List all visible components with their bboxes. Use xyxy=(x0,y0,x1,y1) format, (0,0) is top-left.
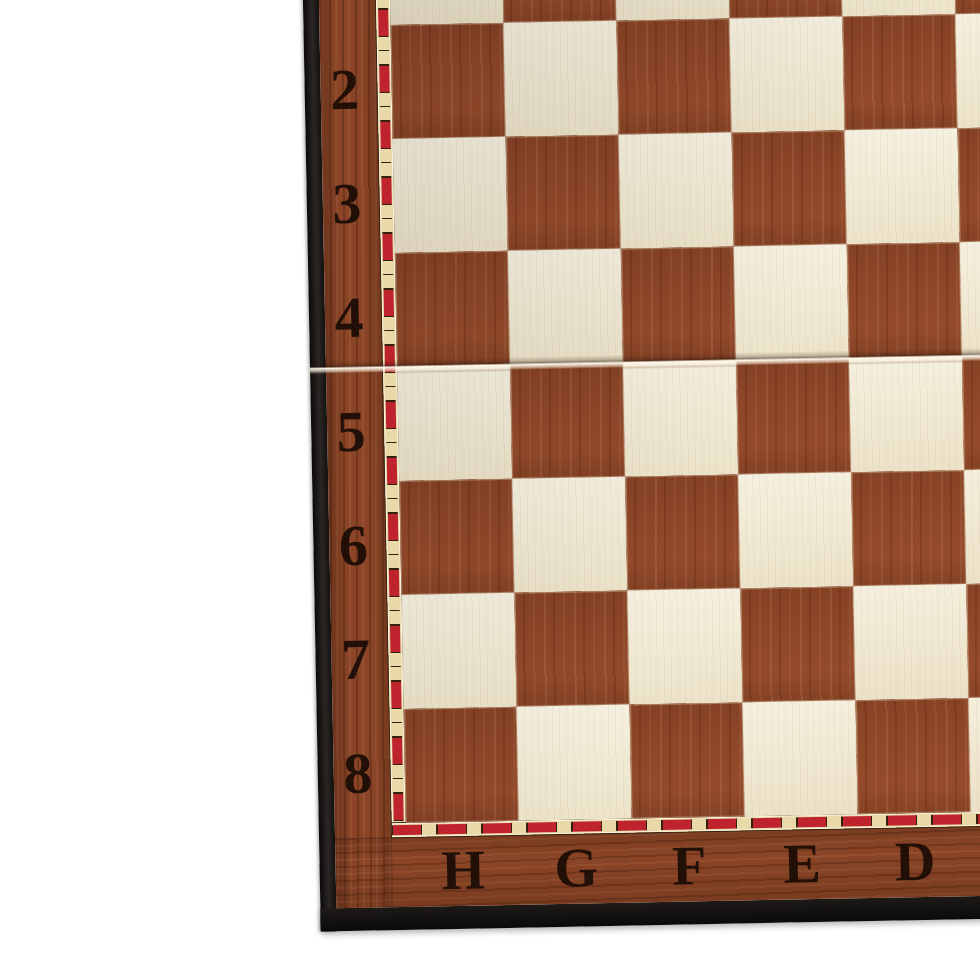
square-c3 xyxy=(958,126,980,242)
rank-label-2: 2 xyxy=(314,59,375,120)
square-h1 xyxy=(388,0,503,25)
square-c4 xyxy=(960,240,980,356)
square-d2 xyxy=(842,14,957,130)
square-g1 xyxy=(501,0,616,23)
square-e6 xyxy=(738,472,853,588)
square-c7 xyxy=(966,582,980,698)
square-f2 xyxy=(616,19,731,135)
file-label-e: E xyxy=(762,832,843,896)
square-h3 xyxy=(393,137,508,253)
square-h5 xyxy=(397,365,512,481)
square-c5 xyxy=(962,354,980,470)
rank-label-5: 5 xyxy=(321,401,382,462)
square-f8 xyxy=(630,702,745,818)
square-d6 xyxy=(851,470,966,586)
rank-label-8: 8 xyxy=(327,743,388,804)
square-d4 xyxy=(847,242,962,358)
square-h6 xyxy=(399,479,514,595)
square-f4 xyxy=(621,247,736,363)
square-h7 xyxy=(401,593,516,709)
square-g3 xyxy=(506,135,621,251)
rank-label-6: 6 xyxy=(323,515,384,576)
square-f5 xyxy=(623,360,738,476)
square-g6 xyxy=(512,477,627,593)
square-e3 xyxy=(732,130,847,246)
file-label-f: F xyxy=(649,834,730,898)
square-h8 xyxy=(404,707,519,823)
rank-label-7: 7 xyxy=(325,629,386,690)
square-f3 xyxy=(619,133,734,249)
file-label-d: D xyxy=(874,829,955,893)
square-c6 xyxy=(964,468,980,584)
square-e7 xyxy=(740,586,855,702)
square-c1 xyxy=(953,0,980,14)
square-e8 xyxy=(743,700,858,816)
square-f7 xyxy=(627,588,742,704)
square-h4 xyxy=(395,251,510,367)
square-d5 xyxy=(849,356,964,472)
chessboard: 12345678 HGFED xyxy=(300,0,980,932)
square-e4 xyxy=(734,244,849,360)
square-f6 xyxy=(625,474,740,590)
square-g7 xyxy=(514,591,629,707)
square-g5 xyxy=(510,363,625,479)
square-g2 xyxy=(503,21,618,137)
square-e2 xyxy=(729,16,844,132)
square-e5 xyxy=(736,358,851,474)
square-c8 xyxy=(968,696,980,812)
square-g4 xyxy=(508,249,623,365)
file-label-h: H xyxy=(423,838,504,902)
square-d3 xyxy=(845,128,960,244)
board-squares-grid xyxy=(388,0,980,823)
square-h2 xyxy=(390,23,505,139)
chessboard-photo: 12345678 HGFED xyxy=(0,0,980,980)
square-d7 xyxy=(853,584,968,700)
rank-label-1: 1 xyxy=(312,0,373,7)
rank-label-3: 3 xyxy=(316,173,377,234)
square-f1 xyxy=(614,0,729,21)
rank-label-4: 4 xyxy=(318,287,379,348)
square-d8 xyxy=(855,698,970,814)
square-g8 xyxy=(517,705,632,821)
file-label-g: G xyxy=(536,836,617,900)
square-c2 xyxy=(955,12,980,128)
